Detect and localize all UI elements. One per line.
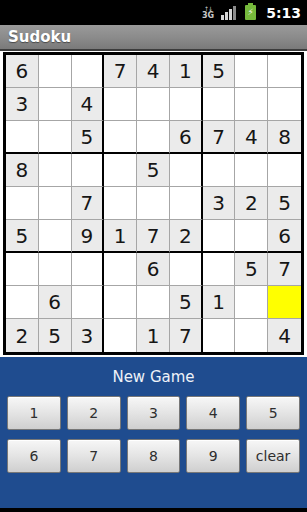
grid-cell-r3c9[interactable]: 8: [268, 121, 301, 154]
grid-cell-r8c9[interactable]: [268, 286, 301, 319]
status-bar: ↑↓ 3G ⚡ 5:13: [0, 0, 307, 25]
grid-cell-r8c3[interactable]: [72, 286, 105, 319]
grid-cell-r7c8[interactable]: 5: [235, 253, 268, 286]
grid-cell-r1c1[interactable]: 6: [6, 55, 39, 88]
grid-cell-r7c7[interactable]: [203, 253, 236, 286]
grid-cell-r6c8[interactable]: [235, 220, 268, 253]
grid-cell-r6c6[interactable]: 2: [170, 220, 203, 253]
keypad-row-1: 1 2 3 4 5: [7, 396, 300, 430]
grid-cell-r2c3[interactable]: 4: [72, 88, 105, 121]
grid-cell-r2c2[interactable]: [39, 88, 72, 121]
title-bar: Sudoku: [0, 25, 307, 51]
grid-cell-r2c8[interactable]: [235, 88, 268, 121]
grid-cell-r8c5[interactable]: [137, 286, 170, 319]
key-8[interactable]: 8: [127, 439, 181, 473]
grid-cell-r2c9[interactable]: [268, 88, 301, 121]
keypad-row-2: 6 7 8 9 clear: [7, 439, 300, 473]
grid-cell-r4c3[interactable]: [72, 154, 105, 187]
key-7[interactable]: 7: [67, 439, 121, 473]
grid-cell-r4c5[interactable]: 5: [137, 154, 170, 187]
grid-cell-r3c5[interactable]: [137, 121, 170, 154]
grid-cell-r4c1[interactable]: 8: [6, 154, 39, 187]
grid-cell-r4c9[interactable]: [268, 154, 301, 187]
battery-icon: ⚡: [245, 5, 256, 20]
grid-cell-r5c7[interactable]: 3: [203, 187, 236, 220]
grid-cell-r2c6[interactable]: [170, 88, 203, 121]
key-2[interactable]: 2: [67, 396, 121, 430]
grid-cell-r6c2[interactable]: [39, 220, 72, 253]
grid-cell-r4c2[interactable]: [39, 154, 72, 187]
screen-bottom-edge: [0, 508, 307, 512]
new-game-button[interactable]: New Game: [7, 368, 300, 386]
grid-cell-r6c9[interactable]: 6: [268, 220, 301, 253]
grid-cell-r1c6[interactable]: 1: [170, 55, 203, 88]
grid-cell-r6c1[interactable]: 5: [6, 220, 39, 253]
grid-cell-r8c6[interactable]: 5: [170, 286, 203, 319]
grid-cell-r2c1[interactable]: 3: [6, 88, 39, 121]
grid-cell-r9c3[interactable]: 3: [72, 319, 105, 352]
grid-cell-r7c2[interactable]: [39, 253, 72, 286]
grid-cell-r2c4[interactable]: [104, 88, 137, 121]
grid-cell-r1c8[interactable]: [235, 55, 268, 88]
app-title: Sudoku: [8, 28, 71, 46]
charging-bolt-icon: ⚡: [245, 5, 256, 20]
grid-cell-r2c7[interactable]: [203, 88, 236, 121]
grid-cell-r4c6[interactable]: [170, 154, 203, 187]
grid-cell-r1c4[interactable]: 7: [104, 55, 137, 88]
grid-cell-r7c3[interactable]: [72, 253, 105, 286]
grid-cell-r9c2[interactable]: 5: [39, 319, 72, 352]
grid-cell-r8c7[interactable]: 1: [203, 286, 236, 319]
grid-cell-r3c6[interactable]: 6: [170, 121, 203, 154]
grid-cell-r5c3[interactable]: 7: [72, 187, 105, 220]
grid-cell-r5c5[interactable]: [137, 187, 170, 220]
grid-cell-r7c6[interactable]: [170, 253, 203, 286]
grid-cell-r6c7[interactable]: [203, 220, 236, 253]
key-3[interactable]: 3: [127, 396, 181, 430]
grid-cell-r3c1[interactable]: [6, 121, 39, 154]
grid-cell-r9c5[interactable]: 1: [137, 319, 170, 352]
grid-cell-r1c7[interactable]: 5: [203, 55, 236, 88]
grid-cell-r5c1[interactable]: [6, 187, 39, 220]
key-6[interactable]: 6: [7, 439, 61, 473]
grid-cell-r6c3[interactable]: 9: [72, 220, 105, 253]
grid-cell-r5c4[interactable]: [104, 187, 137, 220]
grid-cell-r6c5[interactable]: 7: [137, 220, 170, 253]
grid-cell-r2c5[interactable]: [137, 88, 170, 121]
grid-cell-r5c6[interactable]: [170, 187, 203, 220]
grid-cell-r3c3[interactable]: 5: [72, 121, 105, 154]
grid-cell-r9c4[interactable]: [104, 319, 137, 352]
signal-strength-icon: [221, 6, 236, 20]
grid-cell-r1c3[interactable]: [72, 55, 105, 88]
grid-cell-r9c6[interactable]: 7: [170, 319, 203, 352]
grid-cell-r4c8[interactable]: [235, 154, 268, 187]
grid-cell-r9c9[interactable]: 4: [268, 319, 301, 352]
grid-cell-r1c5[interactable]: 4: [137, 55, 170, 88]
grid-cell-r8c4[interactable]: [104, 286, 137, 319]
grid-cell-r4c7[interactable]: [203, 154, 236, 187]
key-1[interactable]: 1: [7, 396, 61, 430]
board-area: 674153456748857325591726657651253174: [0, 51, 307, 357]
grid-cell-r1c9[interactable]: [268, 55, 301, 88]
grid-cell-r9c8[interactable]: [235, 319, 268, 352]
key-5[interactable]: 5: [246, 396, 300, 430]
grid-cell-r7c4[interactable]: [104, 253, 137, 286]
grid-cell-r9c7[interactable]: [203, 319, 236, 352]
sudoku-grid: 674153456748857325591726657651253174: [3, 52, 304, 355]
grid-cell-r7c1[interactable]: [6, 253, 39, 286]
grid-cell-r3c2[interactable]: [39, 121, 72, 154]
grid-cell-r7c9[interactable]: 7: [268, 253, 301, 286]
grid-cell-r8c1[interactable]: [6, 286, 39, 319]
grid-cell-r3c8[interactable]: 4: [235, 121, 268, 154]
grid-cell-r8c8[interactable]: [235, 286, 268, 319]
grid-cell-r5c9[interactable]: 5: [268, 187, 301, 220]
grid-cell-r8c2[interactable]: 6: [39, 286, 72, 319]
grid-cell-r1c2[interactable]: [39, 55, 72, 88]
grid-cell-r3c7[interactable]: 7: [203, 121, 236, 154]
grid-cell-r9c1[interactable]: 2: [6, 319, 39, 352]
phone-screen: ↑↓ 3G ⚡ 5:13 Sudoku 67415345674885732559…: [0, 0, 307, 512]
grid-cell-r4c4[interactable]: [104, 154, 137, 187]
grid-cell-r5c8[interactable]: 2: [235, 187, 268, 220]
grid-cell-r7c5[interactable]: 6: [137, 253, 170, 286]
key-4[interactable]: 4: [186, 396, 240, 430]
3g-network-icon: ↑↓ 3G: [202, 6, 214, 20]
grid-cell-r5c2[interactable]: [39, 187, 72, 220]
key-9[interactable]: 9: [186, 439, 240, 473]
grid-cell-r3c4[interactable]: [104, 121, 137, 154]
key-clear[interactable]: clear: [246, 439, 300, 473]
grid-cell-r6c4[interactable]: 1: [104, 220, 137, 253]
keypad-panel: New Game 1 2 3 4 5 6 7 8 9 clear: [0, 357, 307, 508]
status-clock: 5:13: [266, 5, 301, 21]
